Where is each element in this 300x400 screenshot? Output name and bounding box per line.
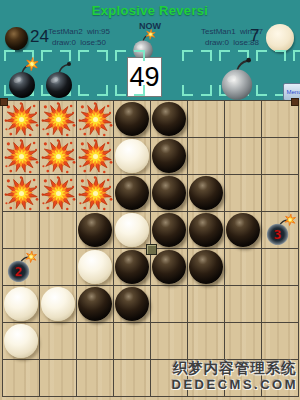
bomb-icon[interactable]: 3 [262,212,298,249]
white-disc-count: 7 [250,26,259,46]
board-cell[interactable] [188,323,225,360]
bomb-slot [115,50,145,96]
board-cell[interactable] [151,286,188,323]
board-cell[interactable] [114,360,151,397]
board-cell[interactable] [225,286,262,323]
board-cell[interactable] [225,249,262,286]
bomb-icon[interactable] [217,52,257,101]
board-cell[interactable] [188,286,225,323]
board-corner-left [0,98,8,106]
bracket-corner [293,50,300,61]
black-disc [152,139,186,173]
explosion-icon [4,102,39,137]
board-cell[interactable] [114,323,151,360]
black-disc [152,213,186,247]
black-player-stone-icon [5,27,28,50]
board-cell[interactable] [3,138,40,175]
watermark-line2: DEDECMS.COM [172,377,298,392]
board-cell[interactable] [188,101,225,138]
board-cell[interactable] [225,323,262,360]
black-disc [226,213,260,247]
board-cell[interactable] [40,212,77,249]
explosion-icon [78,176,113,211]
black-disc [189,250,223,284]
board-cell[interactable] [77,249,114,286]
board-cell[interactable] [3,360,40,397]
board-cell[interactable] [225,101,262,138]
bomb-slot [256,50,286,96]
board-cell[interactable] [77,101,114,138]
white-player-stone-icon [266,24,294,52]
black-disc [152,176,186,210]
watermark: 织梦内容管理系统 DEDECMS.COM [172,361,298,392]
black-disc [152,250,186,284]
board-cell[interactable] [114,175,151,212]
bomb-countdown: 2 [15,263,23,278]
board-cell[interactable] [262,101,299,138]
board-cell[interactable] [114,286,151,323]
black-disc [189,176,223,210]
header: Explosive Reversi 24 TestMan2 win:95 dra… [0,0,300,100]
board-cell[interactable] [262,249,299,286]
board-cell[interactable] [151,138,188,175]
black-disc [78,287,112,321]
board-cell[interactable] [40,175,77,212]
white-disc [4,287,38,321]
white-disc [115,139,149,173]
board-cell[interactable] [188,138,225,175]
white-disc [78,250,112,284]
bracket-corner [256,50,267,61]
board-cell[interactable] [40,286,77,323]
bomb-slot [78,50,108,96]
board-cell[interactable] [3,175,40,212]
black-disc [115,102,149,136]
board-cell[interactable] [77,175,114,212]
board-cell[interactable] [188,175,225,212]
game-title: Explosive Reversi [0,3,300,18]
bomb-icon[interactable]: 2 [3,249,39,286]
board-cell[interactable] [151,323,188,360]
explosion-icon [4,139,39,174]
bracket-corner [78,50,89,61]
white-disc [41,287,75,321]
board-cell[interactable] [40,249,77,286]
board-cell[interactable] [188,212,225,249]
board: 32 织梦内容管理系统 DEDECMS.COM [0,100,300,400]
board-cell[interactable] [262,138,299,175]
left-player-record: draw:0 lose:50 [44,37,114,48]
left-player-name-record: TestMan2 win:95 [44,26,114,37]
bracket-corner [134,50,145,61]
board-cell[interactable] [40,101,77,138]
board-cell[interactable] [262,175,299,212]
bracket-corner [115,50,126,61]
board-cell[interactable] [77,360,114,397]
header-bomb-black-1[interactable] [5,57,39,99]
bracket-corner [115,85,126,96]
board-corner-right [291,98,299,106]
explosion-icon [41,102,76,137]
center-marker [146,244,157,255]
bracket-corner [201,50,212,61]
bracket-corner [275,50,286,61]
board-cell[interactable] [262,323,299,360]
explosion-icon [78,102,113,137]
bomb-icon[interactable] [5,57,39,99]
board-cell[interactable] [40,323,77,360]
bomb-icon[interactable] [42,57,76,99]
bracket-corner [201,85,212,96]
header-bomb-black-2[interactable] [42,57,76,99]
explosion-icon [78,139,113,174]
board-cell[interactable] [40,138,77,175]
black-disc [189,213,223,247]
board-cell[interactable] [77,212,114,249]
board-cell[interactable] [77,323,114,360]
explosion-icon [41,176,76,211]
black-disc [115,176,149,210]
board-cell[interactable]: 2 [3,249,40,286]
bracket-corner [134,85,145,96]
bracket-corner [97,85,108,96]
board-cell[interactable]: 3 [262,212,299,249]
explosion-icon [4,176,39,211]
watermark-line1: 织梦内容管理系统 [172,361,298,376]
black-disc [78,213,112,247]
board-cell[interactable] [40,360,77,397]
board-cell[interactable] [3,323,40,360]
board-cell[interactable] [3,212,40,249]
bracket-corner [256,85,267,96]
board-cell[interactable] [3,286,40,323]
bracket-corner [182,50,193,61]
bomb-countdown: 3 [274,226,282,241]
board-cell[interactable] [114,101,151,138]
board-cell[interactable] [188,249,225,286]
white-disc [4,324,38,358]
board-cell[interactable] [3,101,40,138]
board-cell[interactable] [151,175,188,212]
black-disc [115,250,149,284]
board-cell[interactable] [114,138,151,175]
white-disc [115,213,149,247]
board-cell[interactable] [262,286,299,323]
black-disc [115,287,149,321]
board-cell[interactable] [151,101,188,138]
app: Explosive Reversi 24 TestMan2 win:95 dra… [0,0,300,400]
explosion-icon [41,139,76,174]
left-player-info: TestMan2 win:95 draw:0 lose:50 [44,26,114,48]
board-cell[interactable] [225,175,262,212]
header-bomb-grey[interactable] [217,52,257,101]
bracket-corner [182,85,193,96]
board-cell[interactable] [225,212,262,249]
board-cell[interactable] [77,286,114,323]
bracket-corner [78,85,89,96]
bracket-corner [97,50,108,61]
board-cell[interactable] [225,138,262,175]
board-cell[interactable] [77,138,114,175]
bomb-slot [182,50,212,96]
black-disc [152,102,186,136]
